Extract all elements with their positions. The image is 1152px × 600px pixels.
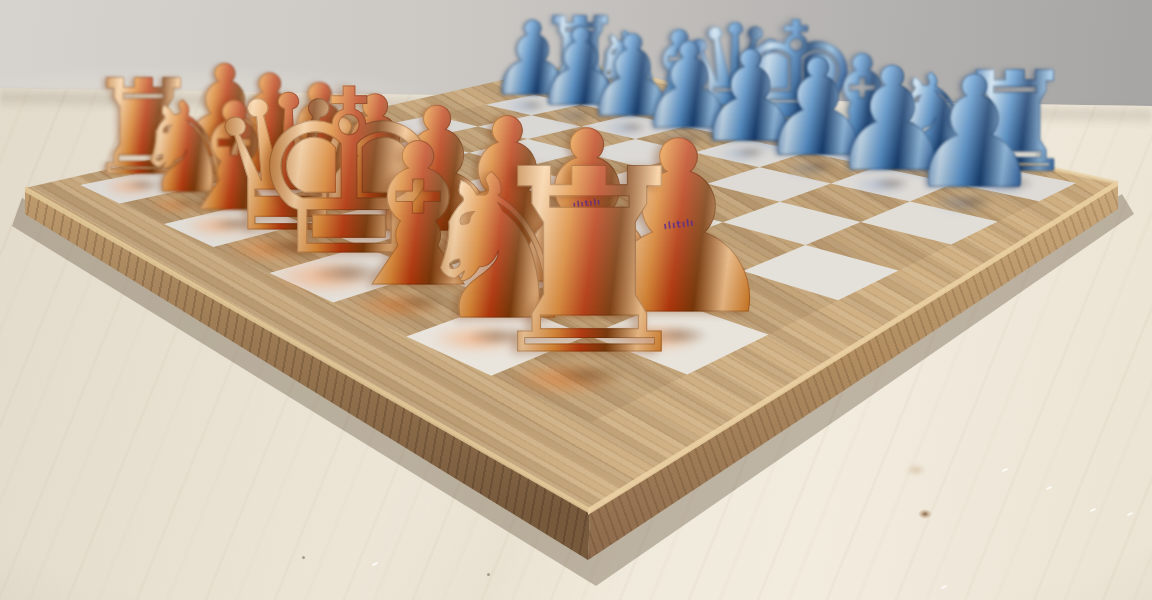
piece-white-rook-h1[interactable]: ♜	[475, 136, 703, 391]
piece-black-pawn-h7[interactable]: ♟	[906, 57, 1044, 211]
scene: ♜♞♝♛♚♝♞♜♟♟♟♟♟♟♟♟♟♟♟♟♟♟♟ılıtılı♟ılıtılı♜♞…	[0, 0, 1152, 600]
pieces-layer: ♜♞♝♛♚♝♞♜♟♟♟♟♟♟♟♟♟♟♟♟♟♟♟ılıtılı♟ılıtılı♜♞…	[0, 0, 1152, 600]
